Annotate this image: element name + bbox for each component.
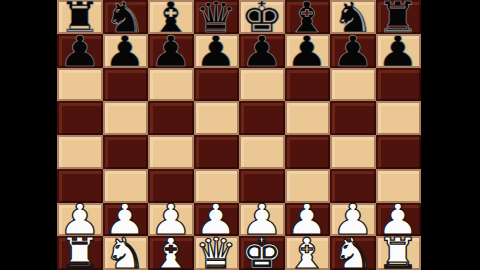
square-g1[interactable]: ♞	[330, 236, 376, 270]
square-d6[interactable]	[194, 68, 240, 102]
square-a6[interactable]	[57, 68, 103, 102]
square-e2[interactable]: ♟	[239, 203, 285, 237]
square-c4[interactable]	[148, 135, 194, 169]
square-a5[interactable]	[57, 101, 103, 135]
black-knight[interactable]: ♞	[332, 0, 374, 34]
square-g8[interactable]: ♞	[330, 0, 376, 34]
square-d1[interactable]: ♛	[194, 236, 240, 270]
square-e1[interactable]: ♚	[239, 236, 285, 270]
white-knight[interactable]: ♞	[332, 236, 374, 270]
black-pawn[interactable]: ♟	[195, 34, 237, 68]
square-d5[interactable]	[194, 101, 240, 135]
black-rook[interactable]: ♜	[377, 0, 419, 34]
white-pawn[interactable]: ♟	[241, 203, 283, 237]
white-pawn[interactable]: ♟	[332, 203, 374, 237]
square-f3[interactable]	[285, 169, 331, 203]
white-pawn[interactable]: ♟	[377, 203, 419, 237]
square-d2[interactable]: ♟	[194, 203, 240, 237]
square-e7[interactable]: ♟	[239, 34, 285, 68]
white-knight[interactable]: ♞	[104, 236, 146, 270]
square-e4[interactable]	[239, 135, 285, 169]
square-d4[interactable]	[194, 135, 240, 169]
square-c3[interactable]	[148, 169, 194, 203]
square-a3[interactable]	[57, 169, 103, 203]
square-e6[interactable]	[239, 68, 285, 102]
black-pawn[interactable]: ♟	[241, 34, 283, 68]
black-king[interactable]: ♚	[241, 0, 283, 34]
white-king[interactable]: ♚	[241, 236, 283, 270]
square-b7[interactable]: ♟	[103, 34, 149, 68]
square-f2[interactable]: ♟	[285, 203, 331, 237]
black-bishop[interactable]: ♝	[286, 0, 328, 34]
square-c8[interactable]: ♝	[148, 0, 194, 34]
square-c6[interactable]	[148, 68, 194, 102]
square-a4[interactable]	[57, 135, 103, 169]
square-h1[interactable]: ♜	[376, 236, 422, 270]
square-a1[interactable]: ♜	[57, 236, 103, 270]
square-e5[interactable]	[239, 101, 285, 135]
square-g6[interactable]	[330, 68, 376, 102]
square-b1[interactable]: ♞	[103, 236, 149, 270]
square-h3[interactable]	[376, 169, 422, 203]
black-queen[interactable]: ♛	[195, 0, 237, 34]
black-pawn[interactable]: ♟	[377, 34, 419, 68]
square-c2[interactable]: ♟	[148, 203, 194, 237]
chess-board: ♜♞♝♛♚♝♞♜♟♟♟♟♟♟♟♟♟♟♟♟♟♟♟♟♜♞♝♛♚♝♞♜	[57, 0, 421, 270]
white-pawn[interactable]: ♟	[150, 203, 192, 237]
square-f1[interactable]: ♝	[285, 236, 331, 270]
square-f4[interactable]	[285, 135, 331, 169]
square-g3[interactable]	[330, 169, 376, 203]
black-knight[interactable]: ♞	[104, 0, 146, 34]
white-queen[interactable]: ♛	[195, 236, 237, 270]
white-pawn[interactable]: ♟	[104, 203, 146, 237]
square-c7[interactable]: ♟	[148, 34, 194, 68]
square-f6[interactable]	[285, 68, 331, 102]
black-pawn[interactable]: ♟	[104, 34, 146, 68]
square-h2[interactable]: ♟	[376, 203, 422, 237]
square-d8[interactable]: ♛	[194, 0, 240, 34]
black-bishop[interactable]: ♝	[150, 0, 192, 34]
square-h8[interactable]: ♜	[376, 0, 422, 34]
square-a7[interactable]: ♟	[57, 34, 103, 68]
black-pawn[interactable]: ♟	[150, 34, 192, 68]
square-d3[interactable]	[194, 169, 240, 203]
square-a2[interactable]: ♟	[57, 203, 103, 237]
square-c1[interactable]: ♝	[148, 236, 194, 270]
square-f8[interactable]: ♝	[285, 0, 331, 34]
square-b3[interactable]	[103, 169, 149, 203]
square-g4[interactable]	[330, 135, 376, 169]
white-pawn[interactable]: ♟	[195, 203, 237, 237]
square-b4[interactable]	[103, 135, 149, 169]
black-pawn[interactable]: ♟	[286, 34, 328, 68]
white-pawn[interactable]: ♟	[59, 203, 101, 237]
black-pawn[interactable]: ♟	[59, 34, 101, 68]
square-f7[interactable]: ♟	[285, 34, 331, 68]
square-f5[interactable]	[285, 101, 331, 135]
square-a8[interactable]: ♜	[57, 0, 103, 34]
white-pawn[interactable]: ♟	[286, 203, 328, 237]
white-rook[interactable]: ♜	[377, 236, 419, 270]
white-bishop[interactable]: ♝	[150, 236, 192, 270]
square-g2[interactable]: ♟	[330, 203, 376, 237]
square-e8[interactable]: ♚	[239, 0, 285, 34]
square-b2[interactable]: ♟	[103, 203, 149, 237]
white-rook[interactable]: ♜	[59, 236, 101, 270]
white-bishop[interactable]: ♝	[286, 236, 328, 270]
black-pawn[interactable]: ♟	[332, 34, 374, 68]
square-h7[interactable]: ♟	[376, 34, 422, 68]
square-b6[interactable]	[103, 68, 149, 102]
square-b5[interactable]	[103, 101, 149, 135]
square-d7[interactable]: ♟	[194, 34, 240, 68]
chess-app-window: ♜♞♝♛♚♝♞♜♟♟♟♟♟♟♟♟♟♟♟♟♟♟♟♟♜♞♝♛♚♝♞♜	[0, 0, 480, 270]
black-rook[interactable]: ♜	[59, 0, 101, 34]
square-g5[interactable]	[330, 101, 376, 135]
square-h4[interactable]	[376, 135, 422, 169]
square-b8[interactable]: ♞	[103, 0, 149, 34]
square-e3[interactable]	[239, 169, 285, 203]
square-c5[interactable]	[148, 101, 194, 135]
square-h5[interactable]	[376, 101, 422, 135]
square-g7[interactable]: ♟	[330, 34, 376, 68]
square-h6[interactable]	[376, 68, 422, 102]
